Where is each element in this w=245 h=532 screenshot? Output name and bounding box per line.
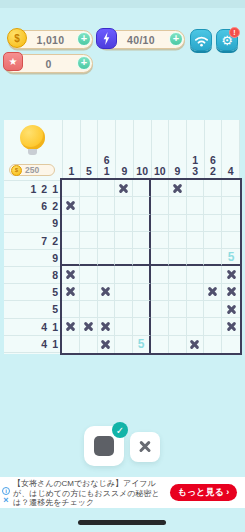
ad-close-icon[interactable]: × bbox=[3, 496, 8, 504]
cell-r3c1[interactable] bbox=[62, 215, 80, 232]
cell-r10c2[interactable] bbox=[80, 336, 98, 353]
x-mark bbox=[226, 304, 237, 315]
cell-r3c6[interactable] bbox=[151, 215, 169, 232]
col-clue-4: 9 bbox=[115, 120, 133, 180]
cell-r8c1[interactable] bbox=[62, 301, 80, 318]
cell-r7c5[interactable] bbox=[133, 284, 151, 301]
cell-r2c8[interactable] bbox=[187, 197, 205, 214]
home-indicator bbox=[78, 520, 166, 525]
row-clues: 1216297298554141 bbox=[4, 180, 62, 353]
cell-r8c10[interactable] bbox=[222, 301, 240, 318]
cell-r7c7[interactable] bbox=[169, 284, 187, 301]
x-mark bbox=[100, 286, 111, 297]
row-clue-7: 5 bbox=[4, 283, 62, 300]
cell-r1c1[interactable] bbox=[62, 180, 80, 197]
cell-r3c7[interactable] bbox=[169, 215, 187, 232]
cell-r2c10[interactable] bbox=[222, 197, 240, 214]
cell-r6c4[interactable] bbox=[115, 266, 133, 283]
cell-r10c10[interactable] bbox=[222, 336, 240, 353]
lightbulb-icon bbox=[20, 125, 45, 150]
grid: 55 bbox=[60, 178, 242, 355]
cell-r10c4[interactable] bbox=[115, 336, 133, 353]
x-mark bbox=[189, 339, 200, 350]
selected-check-icon: ✓ bbox=[112, 422, 128, 438]
signal-arcs-icon bbox=[194, 34, 209, 47]
cell-r8c6[interactable] bbox=[151, 301, 169, 318]
x-mark bbox=[65, 269, 76, 280]
x-mark bbox=[83, 321, 94, 332]
cell-r5c2[interactable] bbox=[80, 249, 98, 266]
col-clue-2: 5 bbox=[80, 120, 98, 180]
cell-r3c10[interactable] bbox=[222, 215, 240, 232]
coin-icon: $ bbox=[7, 28, 27, 48]
fill-square-icon bbox=[94, 436, 114, 456]
ad-info-icon[interactable]: i bbox=[2, 487, 10, 495]
row-clue-1: 121 bbox=[4, 180, 62, 197]
settings-button[interactable]: ⚙ ! bbox=[216, 29, 238, 51]
coin-counter: $ 1,010 + bbox=[8, 30, 93, 49]
ticket-star-icon: ★ bbox=[3, 52, 23, 71]
cell-r5c9[interactable] bbox=[204, 249, 222, 266]
row-clue-9: 41 bbox=[4, 318, 62, 335]
cell-r1c2[interactable] bbox=[80, 180, 98, 197]
cell-r9c5[interactable] bbox=[133, 318, 151, 335]
status-bar-area bbox=[0, 0, 245, 8]
puzzle-panel: 156191010913624 1216297298554141 55 bbox=[4, 120, 240, 354]
cell-r7c2[interactable] bbox=[80, 284, 98, 301]
row-clue-8: 5 bbox=[4, 300, 62, 317]
cell-r7c1[interactable] bbox=[62, 284, 80, 301]
x-mark bbox=[65, 286, 76, 297]
cell-r4c3[interactable] bbox=[98, 232, 116, 249]
hint-cost-value: 250 bbox=[25, 165, 39, 175]
x-mark-icon bbox=[138, 440, 152, 454]
cell-r2c6[interactable] bbox=[151, 197, 169, 214]
cell-r7c3[interactable] bbox=[98, 284, 116, 301]
lightbulb-base bbox=[28, 149, 37, 155]
cell-r6c5[interactable] bbox=[133, 266, 151, 283]
cell-r7c8[interactable] bbox=[187, 284, 205, 301]
row-clue-5: 9 bbox=[4, 249, 62, 266]
cell-r3c8[interactable] bbox=[187, 215, 205, 232]
row-clue-6: 8 bbox=[4, 266, 62, 283]
cell-r2c2[interactable] bbox=[80, 197, 98, 214]
x-mark bbox=[207, 286, 218, 297]
x-mark bbox=[65, 321, 76, 332]
row-clue-4: 72 bbox=[4, 232, 62, 249]
col-clue-10: 4 bbox=[221, 120, 239, 180]
ad-cta-button[interactable]: もっと見る › bbox=[170, 484, 237, 501]
cell-r8c7[interactable] bbox=[169, 301, 187, 318]
col-clue-5: 10 bbox=[133, 120, 151, 180]
cell-r4c9[interactable] bbox=[204, 232, 222, 249]
ticket-counter: ★ 0 + bbox=[4, 54, 93, 73]
cell-r9c1[interactable] bbox=[62, 318, 80, 335]
cell-r6c1[interactable] bbox=[62, 266, 80, 283]
row-clue-2: 62 bbox=[4, 197, 62, 214]
cell-r9c10[interactable] bbox=[222, 318, 240, 335]
cell-r6c3[interactable] bbox=[98, 266, 116, 283]
cell-r10c7[interactable] bbox=[169, 336, 187, 353]
ad-line-3: は？遷移先をチェック bbox=[13, 498, 167, 508]
cell-r9c9[interactable] bbox=[204, 318, 222, 335]
ad-line-1: 【女将さんのCMでおなじみ】アイフル bbox=[13, 479, 167, 489]
col-clue-7: 9 bbox=[168, 120, 186, 180]
cell-r9c6[interactable] bbox=[151, 318, 169, 335]
x-mark bbox=[226, 321, 237, 332]
cell-r2c3[interactable] bbox=[98, 197, 116, 214]
cell-r4c1[interactable] bbox=[62, 232, 80, 249]
add-tickets-button[interactable]: + bbox=[77, 56, 91, 70]
cell-r2c4[interactable] bbox=[115, 197, 133, 214]
cell-r6c10[interactable] bbox=[222, 266, 240, 283]
cell-r6c7[interactable] bbox=[169, 266, 187, 283]
cell-r8c5[interactable] bbox=[133, 301, 151, 318]
hint-number: 5 bbox=[138, 337, 145, 351]
cell-r10c1[interactable] bbox=[62, 336, 80, 353]
cell-r2c9[interactable] bbox=[204, 197, 222, 214]
cell-r9c4[interactable] bbox=[115, 318, 133, 335]
cell-r5c10[interactable]: 5 bbox=[222, 249, 240, 266]
ad-text: 【女将さんのCMでおなじみ】アイフル が、はじめての方にもおススメの秘密と は？… bbox=[13, 479, 167, 508]
x-mark bbox=[100, 321, 111, 332]
energy-counter: 40/10 + bbox=[97, 30, 185, 49]
cell-r3c2[interactable] bbox=[80, 215, 98, 232]
cell-r7c4[interactable] bbox=[115, 284, 133, 301]
cell-r8c3[interactable] bbox=[98, 301, 116, 318]
col-clue-9: 62 bbox=[204, 120, 222, 180]
cell-r4c4[interactable] bbox=[115, 232, 133, 249]
cell-r1c5[interactable] bbox=[133, 180, 151, 197]
cell-r6c2[interactable] bbox=[80, 266, 98, 283]
settings-notification-badge: ! bbox=[229, 27, 240, 38]
cell-r8c8[interactable] bbox=[187, 301, 205, 318]
cell-r3c9[interactable] bbox=[204, 215, 222, 232]
cell-r1c7[interactable] bbox=[169, 180, 187, 197]
app-screen: $ 1,010 + 40/10 + ⚙ ! ★ 0 + 156191010913… bbox=[0, 0, 245, 532]
cell-r6c6[interactable] bbox=[151, 266, 169, 283]
cell-r6c8[interactable] bbox=[187, 266, 205, 283]
hint-cost: $ 250 bbox=[9, 164, 55, 176]
hint-button[interactable] bbox=[19, 125, 45, 155]
cell-r8c4[interactable] bbox=[115, 301, 133, 318]
x-mark bbox=[172, 183, 183, 194]
column-clues: 156191010913624 bbox=[62, 120, 240, 180]
cell-r4c10[interactable] bbox=[222, 232, 240, 249]
ticket-value: 0 bbox=[45, 58, 51, 70]
hint-number: 5 bbox=[228, 250, 235, 264]
cell-r10c6[interactable] bbox=[151, 336, 169, 353]
cell-r4c5[interactable] bbox=[133, 232, 151, 249]
row-clue-10: 41 bbox=[4, 335, 62, 352]
col-clue-8: 13 bbox=[186, 120, 204, 180]
fill-tool-button[interactable]: ✓ bbox=[84, 426, 124, 466]
cell-r1c9[interactable] bbox=[204, 180, 222, 197]
x-mark bbox=[226, 286, 237, 297]
col-clue-3: 61 bbox=[97, 120, 115, 180]
cell-r3c4[interactable] bbox=[115, 215, 133, 232]
cell-r7c6[interactable] bbox=[151, 284, 169, 301]
x-tool-button[interactable] bbox=[130, 432, 160, 462]
cell-r9c3[interactable] bbox=[98, 318, 116, 335]
cell-r10c9[interactable] bbox=[204, 336, 222, 353]
x-mark bbox=[65, 200, 76, 211]
row-clue-3: 9 bbox=[4, 214, 62, 231]
cell-r1c8[interactable] bbox=[187, 180, 205, 197]
cell-r3c5[interactable] bbox=[133, 215, 151, 232]
cell-r1c10[interactable] bbox=[222, 180, 240, 197]
cell-r9c7[interactable] bbox=[169, 318, 187, 335]
col-clue-1: 1 bbox=[62, 120, 80, 180]
add-energy-button[interactable]: + bbox=[169, 32, 183, 46]
cell-r10c3[interactable] bbox=[98, 336, 116, 353]
cell-r2c1[interactable] bbox=[62, 197, 80, 214]
cell-r10c8[interactable] bbox=[187, 336, 205, 353]
energy-value: 40/10 bbox=[127, 34, 155, 46]
cell-r5c6[interactable] bbox=[151, 249, 169, 266]
rank-signal-button[interactable] bbox=[190, 29, 212, 51]
cell-r8c9[interactable] bbox=[204, 301, 222, 318]
cell-r10c5[interactable]: 5 bbox=[133, 336, 151, 353]
coin-icon-small: $ bbox=[11, 165, 22, 176]
lightning-icon bbox=[96, 28, 117, 49]
cell-r8c2[interactable] bbox=[80, 301, 98, 318]
cell-r9c8[interactable] bbox=[187, 318, 205, 335]
x-mark bbox=[100, 339, 111, 350]
cell-r9c2[interactable] bbox=[80, 318, 98, 335]
coin-value: 1,010 bbox=[37, 34, 65, 46]
cell-r7c9[interactable] bbox=[204, 284, 222, 301]
cell-r4c2[interactable] bbox=[80, 232, 98, 249]
cell-r4c7[interactable] bbox=[169, 232, 187, 249]
cell-r5c5[interactable] bbox=[133, 249, 151, 266]
cell-r7c10[interactable] bbox=[222, 284, 240, 301]
x-mark bbox=[118, 183, 129, 194]
cell-r2c5[interactable] bbox=[133, 197, 151, 214]
ad-line-2: が、はじめての方にもおススメの秘密と bbox=[13, 489, 167, 499]
cell-r4c6[interactable] bbox=[151, 232, 169, 249]
cell-r5c4[interactable] bbox=[115, 249, 133, 266]
cell-r5c1[interactable] bbox=[62, 249, 80, 266]
cell-r5c3[interactable] bbox=[98, 249, 116, 266]
cell-r5c7[interactable] bbox=[169, 249, 187, 266]
cell-r1c3[interactable] bbox=[98, 180, 116, 197]
x-mark bbox=[226, 269, 237, 280]
cell-r1c4[interactable] bbox=[115, 180, 133, 197]
cell-r4c8[interactable] bbox=[187, 232, 205, 249]
ad-banner[interactable]: i × 【女将さんのCMでおなじみ】アイフル が、はじめての方にもおススメの秘密… bbox=[0, 477, 245, 508]
cell-r5c8[interactable] bbox=[187, 249, 205, 266]
cell-r2c7[interactable] bbox=[169, 197, 187, 214]
cell-r3c3[interactable] bbox=[98, 215, 116, 232]
col-clue-6: 10 bbox=[151, 120, 169, 180]
cell-r1c6[interactable] bbox=[151, 180, 169, 197]
cell-r6c9[interactable] bbox=[204, 266, 222, 283]
add-coins-button[interactable]: + bbox=[77, 32, 91, 46]
